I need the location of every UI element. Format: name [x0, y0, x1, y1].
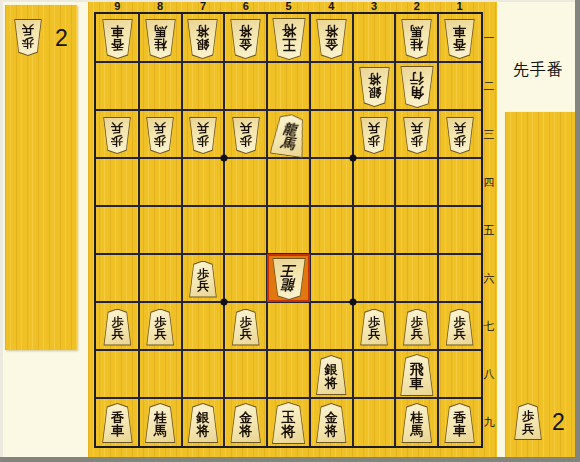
board: 987654321 一二三四五六七八九 香車桂馬銀将金将王将金将桂馬香車銀将角行…: [88, 2, 497, 457]
koma-face: 桂馬: [145, 404, 176, 442]
koma-gote-lance[interactable]: 香車: [101, 19, 134, 59]
window-frame-bottom: [0, 457, 580, 462]
file-label: 3: [371, 1, 377, 12]
koma-sente-knight[interactable]: 桂馬: [400, 403, 433, 443]
koma-sente-pawn[interactable]: 歩兵: [188, 261, 218, 298]
koma-face: 金将: [230, 20, 261, 58]
gote-hand-count: 2: [55, 27, 68, 50]
gote-hand-slot: 歩兵 2: [13, 19, 68, 57]
koma-face: 歩兵: [189, 118, 217, 153]
koma-face: 歩兵: [403, 310, 431, 345]
rank-label: 六: [481, 273, 497, 284]
koma-sente-rook[interactable]: 飛車: [399, 354, 435, 396]
koma-sente-king[interactable]: 玉将: [271, 402, 307, 444]
koma-face: 銀将: [316, 356, 347, 394]
grid-line: [96, 109, 481, 111]
rank-label: 三: [481, 129, 497, 140]
sente-hand-piece-holder: 歩兵: [513, 403, 543, 441]
koma-gote-pawn[interactable]: 歩兵: [445, 117, 475, 154]
koma-face: 王将: [272, 19, 306, 59]
koma-gote-pawn[interactable]: 歩兵: [402, 117, 432, 154]
file-label: 7: [200, 1, 206, 12]
grid-line: [352, 14, 354, 446]
rank-label: 八: [481, 369, 497, 380]
koma-sente-knight[interactable]: 桂馬: [144, 403, 177, 443]
koma-gote-knight[interactable]: 桂馬: [400, 19, 433, 59]
koma-face: 歩兵: [360, 310, 388, 345]
koma-sente-pawn[interactable]: 歩兵: [445, 309, 475, 346]
koma-face: 歩兵: [146, 310, 174, 345]
koma-face: 金将: [230, 404, 261, 442]
rank-labels: 一二三四五六七八九: [481, 14, 497, 446]
koma-sente-pawn[interactable]: 歩兵: [231, 309, 261, 346]
grid-line: [437, 14, 439, 446]
grid-line: [138, 14, 140, 446]
rank-label: 五: [481, 225, 497, 236]
koma-sente-pawn[interactable]: 歩兵: [359, 309, 389, 346]
grid-line: [394, 14, 396, 446]
grid-line: [181, 14, 183, 446]
koma-face: 歩兵: [103, 118, 131, 153]
koma-face: 龍馬: [269, 113, 308, 157]
koma-gote-king[interactable]: 王将: [271, 18, 307, 60]
koma-gote-lance[interactable]: 香車: [443, 19, 476, 59]
koma-face: 歩兵: [446, 310, 474, 345]
koma-sente-pawn[interactable]: 歩兵: [513, 403, 543, 440]
grid-line: [96, 205, 481, 207]
koma-sente-silver[interactable]: 銀将: [315, 355, 348, 395]
grid-line: [96, 349, 481, 351]
turn-indicator: 先手番: [497, 60, 580, 81]
star-point: [221, 155, 228, 162]
sente-hand-count: 2: [552, 411, 565, 434]
koma-face: 歩兵: [514, 404, 542, 439]
koma-sente-silver[interactable]: 銀将: [186, 403, 219, 443]
grid-line: [266, 14, 268, 446]
koma-sente-lance[interactable]: 香車: [101, 403, 134, 443]
sente-hand-slot: 歩兵 2: [513, 403, 565, 441]
grid-line: [96, 397, 481, 399]
koma-face: 銀将: [187, 20, 218, 58]
file-label: 5: [285, 1, 291, 12]
koma-face: 歩兵: [232, 310, 260, 345]
koma-gote-silver[interactable]: 銀将: [186, 19, 219, 59]
koma-face: 歩兵: [360, 118, 388, 153]
koma-face: 銀将: [187, 404, 218, 442]
file-label: 4: [328, 1, 334, 12]
koma-gote-pawn[interactable]: 歩兵: [102, 117, 132, 154]
koma-face: 飛車: [400, 355, 434, 395]
grid-line: [309, 14, 311, 446]
koma-face: 歩兵: [189, 262, 217, 297]
koma-sente-pawn[interactable]: 歩兵: [102, 309, 132, 346]
gote-captured-tray: 歩兵 2: [5, 5, 77, 350]
koma-gote-pawn[interactable]: 歩兵: [13, 19, 43, 56]
star-point: [349, 299, 356, 306]
rank-label: 二: [481, 81, 497, 92]
koma-gote-knight[interactable]: 桂馬: [144, 19, 177, 59]
rank-label: 九: [481, 417, 497, 428]
star-point: [221, 299, 228, 306]
koma-face: 歩兵: [446, 118, 474, 153]
koma-face: 香車: [444, 20, 475, 58]
window-frame-right: [575, 0, 580, 462]
file-label: 9: [114, 1, 120, 12]
grid-line: [96, 61, 481, 63]
koma-gote-gold[interactable]: 金将: [229, 19, 262, 59]
koma-sente-gold[interactable]: 金将: [229, 403, 262, 443]
board-grid[interactable]: 香車桂馬銀将金将王将金将桂馬香車銀将角行歩兵歩兵歩兵歩兵歩兵歩兵歩兵龍王龍馬歩兵…: [94, 12, 483, 448]
rank-label: 四: [481, 177, 497, 188]
file-label: 8: [157, 1, 163, 12]
koma-face: 玉将: [272, 403, 306, 443]
star-point: [349, 155, 356, 162]
koma-face: 桂馬: [401, 20, 432, 58]
koma-face: 歩兵: [103, 310, 131, 345]
koma-gote-pawn[interactable]: 歩兵: [359, 117, 389, 154]
koma-gote-gold[interactable]: 金将: [315, 19, 348, 59]
koma-face: 桂馬: [401, 404, 432, 442]
rank-label: 一: [481, 33, 497, 44]
koma-sente-lance[interactable]: 香車: [443, 403, 476, 443]
koma-face: 歩兵: [403, 118, 431, 153]
koma-face: 歩兵: [14, 20, 42, 55]
koma-face: 銀将: [359, 68, 390, 106]
koma-gote-pawn[interactable]: 歩兵: [188, 117, 218, 154]
rank-label: 七: [481, 321, 497, 332]
koma-face: 金将: [316, 404, 347, 442]
koma-sente-pawn[interactable]: 歩兵: [402, 309, 432, 346]
koma-face: 歩兵: [146, 118, 174, 153]
koma-face: 桂馬: [145, 20, 176, 58]
koma-sente-gold[interactable]: 金将: [315, 403, 348, 443]
koma-face: 香車: [444, 404, 475, 442]
file-label: 1: [457, 1, 463, 12]
koma-gote-silver[interactable]: 銀将: [358, 67, 391, 107]
koma-sente-pawn[interactable]: 歩兵: [145, 309, 175, 346]
koma-face: 金将: [316, 20, 347, 58]
koma-sente-promoted-bishop[interactable]: 龍馬: [268, 112, 309, 159]
sente-captured-tray: 歩兵 2: [505, 112, 575, 457]
window-frame-left: [0, 0, 3, 462]
shogi-board-window: 歩兵 2 987654321 一二三四五六七八九 香車桂馬銀将金将王将金将桂馬香…: [0, 0, 580, 462]
koma-face: 歩兵: [232, 118, 260, 153]
grid-line: [96, 157, 481, 159]
koma-gote-pawn[interactable]: 歩兵: [145, 117, 175, 154]
file-label: 2: [414, 1, 420, 12]
koma-face: 角行: [400, 67, 434, 107]
koma-gote-pawn[interactable]: 歩兵: [231, 117, 261, 154]
file-label: 6: [243, 1, 249, 12]
koma-face: 香車: [102, 404, 133, 442]
koma-gote-bishop[interactable]: 角行: [399, 66, 435, 108]
koma-face: 香車: [102, 20, 133, 58]
grid-line: [223, 14, 225, 446]
gote-hand-piece-holder: 歩兵: [13, 19, 43, 57]
